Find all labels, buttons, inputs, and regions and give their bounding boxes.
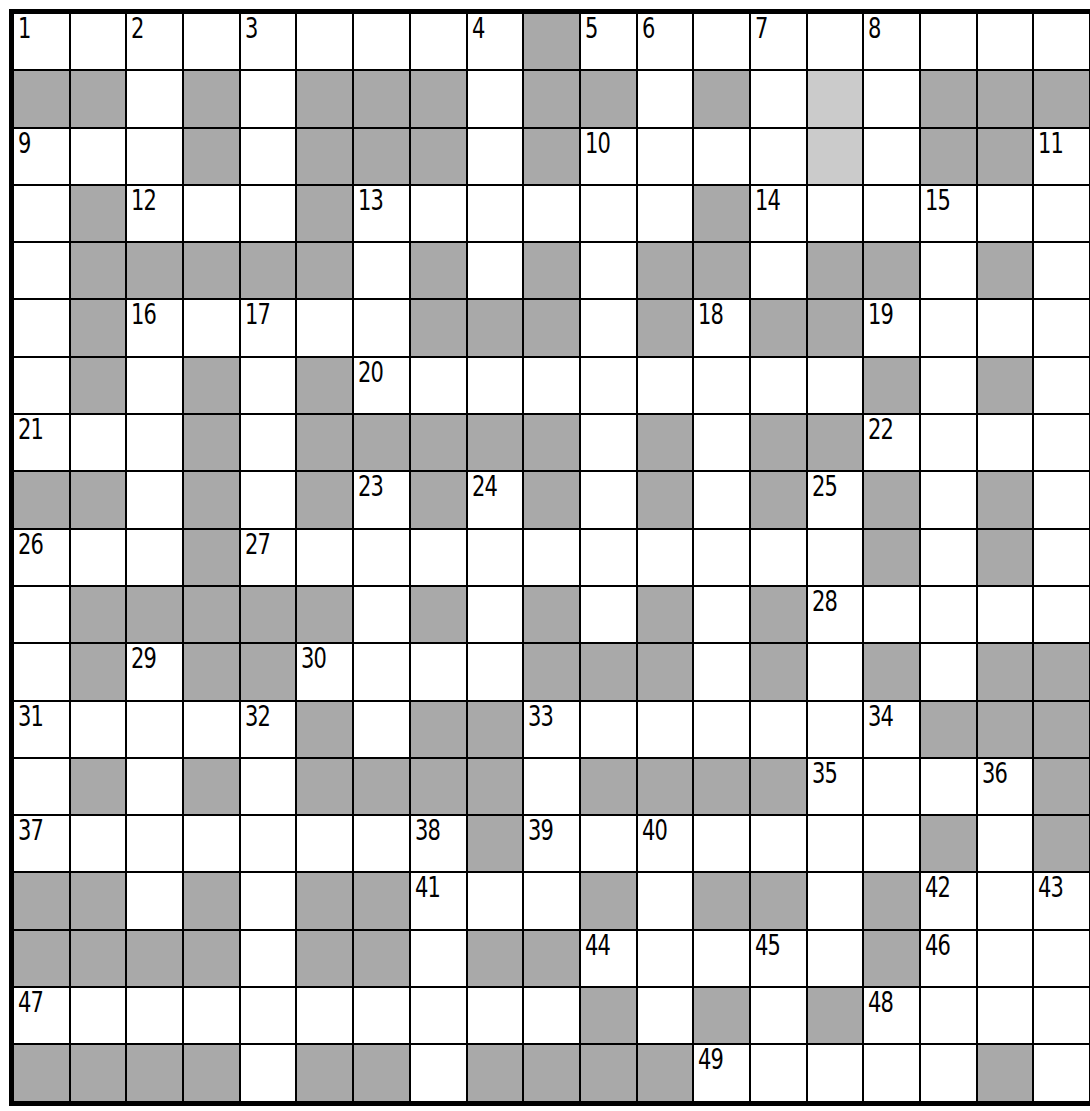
cell-r14c2[interactable] [127, 816, 182, 871]
cell-r2c1[interactable] [71, 129, 126, 184]
cell-r10c18[interactable] [1034, 587, 1089, 642]
cell-r5c0[interactable] [14, 300, 69, 355]
cell-r8c6[interactable]: 23 [354, 472, 409, 527]
cell-r8c12[interactable] [694, 472, 749, 527]
cell-r7c17[interactable] [978, 415, 1033, 470]
cell-r9c7[interactable] [411, 530, 466, 585]
cell-r5c17[interactable] [978, 300, 1033, 355]
block-cell-r4c17 [978, 243, 1033, 298]
block-cell-r3c5 [297, 186, 352, 241]
cell-r10c17[interactable] [978, 587, 1033, 642]
cell-r9c5[interactable] [297, 530, 352, 585]
block-cell-r15c10 [581, 873, 636, 928]
block-cell-r1c0 [14, 71, 69, 126]
cell-r8c10[interactable] [581, 472, 636, 527]
cell-r13c2[interactable] [127, 759, 182, 814]
cell-r17c0[interactable]: 47 [14, 988, 69, 1043]
light-block-cell-r1c14 [808, 71, 863, 126]
cell-r15c7[interactable]: 41 [411, 873, 466, 928]
block-cell-r13c6 [354, 759, 409, 814]
clue-number-30: 30 [301, 645, 326, 673]
cell-r0c7[interactable] [411, 14, 466, 69]
block-cell-r12c17 [978, 702, 1033, 757]
cell-r6c13[interactable] [751, 358, 806, 413]
cell-r3c3[interactable] [184, 186, 239, 241]
cell-r13c4[interactable] [241, 759, 296, 814]
cell-r17c3[interactable] [184, 988, 239, 1043]
cell-r9c6[interactable] [354, 530, 409, 585]
cell-r10c14[interactable]: 28 [808, 587, 863, 642]
cell-r2c10[interactable]: 10 [581, 129, 636, 184]
cell-r18c18[interactable] [1034, 1045, 1089, 1100]
block-cell-r5c7 [411, 300, 466, 355]
cell-r7c15[interactable]: 22 [864, 415, 919, 470]
block-cell-r18c1 [71, 1045, 126, 1100]
cell-r3c2[interactable]: 12 [127, 186, 182, 241]
block-cell-r4c3 [184, 243, 239, 298]
cell-r17c16[interactable] [921, 988, 976, 1043]
cell-r17c13[interactable] [751, 988, 806, 1043]
cell-r16c7[interactable] [411, 931, 466, 986]
clue-number-11: 11 [1038, 130, 1063, 158]
cell-r12c9[interactable]: 33 [524, 702, 579, 757]
cell-r2c0[interactable]: 9 [14, 129, 69, 184]
cell-r18c16[interactable] [921, 1045, 976, 1100]
clue-number-29: 29 [131, 645, 156, 673]
cell-r12c14[interactable] [808, 702, 863, 757]
block-cell-r0c9 [524, 14, 579, 69]
cell-r1c11[interactable] [638, 71, 693, 126]
cell-r10c16[interactable] [921, 587, 976, 642]
cell-r4c13[interactable] [751, 243, 806, 298]
block-cell-r11c4 [241, 644, 296, 699]
cell-r16c12[interactable] [694, 931, 749, 986]
cell-r16c13[interactable]: 45 [751, 931, 806, 986]
cell-r5c16[interactable] [921, 300, 976, 355]
cell-r15c8[interactable] [468, 873, 523, 928]
cell-r5c12[interactable]: 18 [694, 300, 749, 355]
cell-r13c15[interactable] [864, 759, 919, 814]
cell-r14c7[interactable]: 38 [411, 816, 466, 871]
cell-r0c14[interactable] [808, 14, 863, 69]
cell-r17c15[interactable]: 48 [864, 988, 919, 1043]
cell-r2c2[interactable] [127, 129, 182, 184]
cell-r2c13[interactable] [751, 129, 806, 184]
cell-r0c10[interactable]: 5 [581, 14, 636, 69]
cell-r3c0[interactable] [14, 186, 69, 241]
block-cell-r18c11 [638, 1045, 693, 1100]
crossword-board: 1234567891011121314151617181920212223242… [9, 9, 1090, 1106]
block-cell-r10c5 [297, 587, 352, 642]
cell-r7c12[interactable] [694, 415, 749, 470]
cell-r3c13[interactable]: 14 [751, 186, 806, 241]
cell-r5c2[interactable]: 16 [127, 300, 182, 355]
clue-number-20: 20 [358, 359, 383, 387]
cell-r3c14[interactable] [808, 186, 863, 241]
cell-r18c13[interactable] [751, 1045, 806, 1100]
clue-number-44: 44 [585, 932, 610, 960]
cell-r6c11[interactable] [638, 358, 693, 413]
cell-r3c18[interactable] [1034, 186, 1089, 241]
clue-number-42: 42 [925, 874, 950, 902]
cell-r17c6[interactable] [354, 988, 409, 1043]
cell-r12c1[interactable] [71, 702, 126, 757]
cell-r14c10[interactable] [581, 816, 636, 871]
cell-r17c11[interactable] [638, 988, 693, 1043]
cell-r6c18[interactable] [1034, 358, 1089, 413]
cell-r13c14[interactable]: 35 [808, 759, 863, 814]
cell-r16c10[interactable]: 44 [581, 931, 636, 986]
block-cell-r16c15 [864, 931, 919, 986]
cell-r4c0[interactable] [14, 243, 69, 298]
cell-r9c8[interactable] [468, 530, 523, 585]
cell-r7c18[interactable] [1034, 415, 1089, 470]
cell-r9c10[interactable] [581, 530, 636, 585]
block-cell-r15c1 [71, 873, 126, 928]
cell-r7c0[interactable]: 21 [14, 415, 69, 470]
block-cell-r5c8 [468, 300, 523, 355]
cell-r11c14[interactable] [808, 644, 863, 699]
block-cell-r5c9 [524, 300, 579, 355]
cell-r3c4[interactable] [241, 186, 296, 241]
clue-number-27: 27 [245, 531, 270, 559]
cell-r18c15[interactable] [864, 1045, 919, 1100]
cell-r3c10[interactable] [581, 186, 636, 241]
cell-r8c4[interactable] [241, 472, 296, 527]
cell-r18c14[interactable] [808, 1045, 863, 1100]
cell-r14c9[interactable]: 39 [524, 816, 579, 871]
cell-r12c12[interactable] [694, 702, 749, 757]
cell-r18c4[interactable] [241, 1045, 296, 1100]
clue-number-10: 10 [585, 130, 610, 158]
cell-r0c2[interactable]: 2 [127, 14, 182, 69]
cell-r17c1[interactable] [71, 988, 126, 1043]
block-cell-r7c5 [297, 415, 352, 470]
cell-r5c3[interactable] [184, 300, 239, 355]
cell-r3c9[interactable] [524, 186, 579, 241]
cell-r2c15[interactable] [864, 129, 919, 184]
cell-r18c12[interactable]: 49 [694, 1045, 749, 1100]
cell-r15c18[interactable]: 43 [1034, 873, 1089, 928]
cell-r11c16[interactable] [921, 644, 976, 699]
cell-r7c1[interactable] [71, 415, 126, 470]
cell-r15c2[interactable] [127, 873, 182, 928]
cell-r12c3[interactable] [184, 702, 239, 757]
cell-r0c17[interactable] [978, 14, 1033, 69]
cell-r9c18[interactable] [1034, 530, 1089, 585]
cell-r9c11[interactable] [638, 530, 693, 585]
cell-r12c13[interactable] [751, 702, 806, 757]
cell-r15c16[interactable]: 42 [921, 873, 976, 928]
clue-number-38: 38 [415, 817, 440, 845]
block-cell-r15c5 [297, 873, 352, 928]
cell-r5c5[interactable] [297, 300, 352, 355]
cell-r17c4[interactable] [241, 988, 296, 1043]
block-cell-r13c18 [1034, 759, 1089, 814]
cell-r4c8[interactable] [468, 243, 523, 298]
cell-r0c8[interactable]: 4 [468, 14, 523, 69]
cell-r11c8[interactable] [468, 644, 523, 699]
cell-r0c12[interactable] [694, 14, 749, 69]
block-cell-r10c1 [71, 587, 126, 642]
cell-r5c10[interactable] [581, 300, 636, 355]
cell-r8c8[interactable]: 24 [468, 472, 523, 527]
cell-r13c9[interactable] [524, 759, 579, 814]
cell-r11c12[interactable] [694, 644, 749, 699]
cell-r14c6[interactable] [354, 816, 409, 871]
cell-r17c18[interactable] [1034, 988, 1089, 1043]
cell-r17c5[interactable] [297, 988, 352, 1043]
cell-r12c15[interactable]: 34 [864, 702, 919, 757]
cell-r0c4[interactable]: 3 [241, 14, 296, 69]
block-cell-r18c17 [978, 1045, 1033, 1100]
cell-r13c17[interactable]: 36 [978, 759, 1033, 814]
cell-r14c1[interactable] [71, 816, 126, 871]
cell-r3c8[interactable] [468, 186, 523, 241]
clue-number-13: 13 [358, 187, 383, 215]
clue-number-4: 4 [472, 15, 485, 43]
cell-r2c11[interactable] [638, 129, 693, 184]
block-cell-r11c3 [184, 644, 239, 699]
block-cell-r8c17 [978, 472, 1033, 527]
cell-r17c17[interactable] [978, 988, 1033, 1043]
block-cell-r2c3 [184, 129, 239, 184]
cell-r9c2[interactable] [127, 530, 182, 585]
cell-r1c13[interactable] [751, 71, 806, 126]
cell-r4c18[interactable] [1034, 243, 1089, 298]
block-cell-r13c1 [71, 759, 126, 814]
cell-r0c0[interactable]: 1 [14, 14, 69, 69]
cell-r5c6[interactable] [354, 300, 409, 355]
block-cell-r11c18 [1034, 644, 1089, 699]
cell-r14c5[interactable] [297, 816, 352, 871]
cell-r2c12[interactable] [694, 129, 749, 184]
clue-number-8: 8 [868, 15, 881, 43]
cell-r17c7[interactable] [411, 988, 466, 1043]
cell-r3c17[interactable] [978, 186, 1033, 241]
cell-r11c0[interactable] [14, 644, 69, 699]
cell-r3c7[interactable] [411, 186, 466, 241]
clue-number-24: 24 [472, 473, 497, 501]
cell-r14c13[interactable] [751, 816, 806, 871]
cell-r8c14[interactable]: 25 [808, 472, 863, 527]
cell-r0c15[interactable]: 8 [864, 14, 919, 69]
cell-r3c11[interactable] [638, 186, 693, 241]
cell-r0c3[interactable] [184, 14, 239, 69]
cell-r17c8[interactable] [468, 988, 523, 1043]
block-cell-r4c12 [694, 243, 749, 298]
cell-r6c7[interactable] [411, 358, 466, 413]
cell-r16c17[interactable] [978, 931, 1033, 986]
cell-r16c18[interactable] [1034, 931, 1089, 986]
cell-r1c2[interactable] [127, 71, 182, 126]
clue-number-23: 23 [358, 473, 383, 501]
cell-r1c8[interactable] [468, 71, 523, 126]
cell-r4c10[interactable] [581, 243, 636, 298]
clue-number-43: 43 [1038, 874, 1063, 902]
clue-number-31: 31 [18, 703, 43, 731]
block-cell-r6c1 [71, 358, 126, 413]
cell-r6c9[interactable] [524, 358, 579, 413]
cell-r8c16[interactable] [921, 472, 976, 527]
cell-r14c3[interactable] [184, 816, 239, 871]
cell-r10c6[interactable] [354, 587, 409, 642]
cell-r11c2[interactable]: 29 [127, 644, 182, 699]
cell-r7c16[interactable] [921, 415, 976, 470]
block-cell-r15c15 [864, 873, 919, 928]
cell-r9c0[interactable]: 26 [14, 530, 69, 585]
cell-r6c8[interactable] [468, 358, 523, 413]
cell-r6c12[interactable] [694, 358, 749, 413]
cell-r0c11[interactable]: 6 [638, 14, 693, 69]
cell-r8c18[interactable] [1034, 472, 1089, 527]
cell-r11c7[interactable] [411, 644, 466, 699]
cell-r1c15[interactable] [864, 71, 919, 126]
block-cell-r13c8 [468, 759, 523, 814]
cell-r11c6[interactable] [354, 644, 409, 699]
cell-r14c4[interactable] [241, 816, 296, 871]
cell-r9c12[interactable] [694, 530, 749, 585]
cell-r10c12[interactable] [694, 587, 749, 642]
clue-number-21: 21 [18, 416, 43, 444]
cell-r4c6[interactable] [354, 243, 409, 298]
cell-r15c9[interactable] [524, 873, 579, 928]
clue-number-45: 45 [755, 932, 780, 960]
cell-r0c18[interactable] [1034, 14, 1089, 69]
cell-r6c14[interactable] [808, 358, 863, 413]
cell-r16c11[interactable] [638, 931, 693, 986]
clue-number-26: 26 [18, 531, 43, 559]
cell-r12c0[interactable]: 31 [14, 702, 69, 757]
clue-number-3: 3 [245, 15, 258, 43]
cell-r6c6[interactable]: 20 [354, 358, 409, 413]
cell-r6c2[interactable] [127, 358, 182, 413]
clue-number-12: 12 [131, 187, 156, 215]
cell-r9c4[interactable]: 27 [241, 530, 296, 585]
block-cell-r1c18 [1034, 71, 1089, 126]
cell-r2c4[interactable] [241, 129, 296, 184]
clue-number-41: 41 [415, 874, 440, 902]
cell-r9c1[interactable] [71, 530, 126, 585]
block-cell-r16c6 [354, 931, 409, 986]
cell-r5c18[interactable] [1034, 300, 1089, 355]
cell-r16c4[interactable] [241, 931, 296, 986]
cell-r0c6[interactable] [354, 14, 409, 69]
block-cell-r2c7 [411, 129, 466, 184]
cell-r6c16[interactable] [921, 358, 976, 413]
cell-r15c14[interactable] [808, 873, 863, 928]
cell-r7c4[interactable] [241, 415, 296, 470]
block-cell-r15c12 [694, 873, 749, 928]
cell-r14c0[interactable]: 37 [14, 816, 69, 871]
cell-r7c10[interactable] [581, 415, 636, 470]
cell-r4c16[interactable] [921, 243, 976, 298]
block-cell-r13c13 [751, 759, 806, 814]
cell-r17c9[interactable] [524, 988, 579, 1043]
cell-r12c11[interactable] [638, 702, 693, 757]
block-cell-r7c6 [354, 415, 409, 470]
block-cell-r5c1 [71, 300, 126, 355]
cell-r0c16[interactable] [921, 14, 976, 69]
cell-r0c1[interactable] [71, 14, 126, 69]
cell-r10c8[interactable] [468, 587, 523, 642]
block-cell-r14c18 [1034, 816, 1089, 871]
block-cell-r1c5 [297, 71, 352, 126]
cell-r9c9[interactable] [524, 530, 579, 585]
block-cell-r17c14 [808, 988, 863, 1043]
block-cell-r2c17 [978, 129, 1033, 184]
cell-r13c0[interactable] [14, 759, 69, 814]
cell-r10c10[interactable] [581, 587, 636, 642]
cell-r10c0[interactable] [14, 587, 69, 642]
cell-r6c4[interactable] [241, 358, 296, 413]
cell-r12c2[interactable] [127, 702, 182, 757]
block-cell-r16c8 [468, 931, 523, 986]
cell-r9c14[interactable] [808, 530, 863, 585]
cell-r14c17[interactable] [978, 816, 1033, 871]
cell-r12c10[interactable] [581, 702, 636, 757]
cell-r14c12[interactable] [694, 816, 749, 871]
cell-r6c10[interactable] [581, 358, 636, 413]
block-cell-r4c2 [127, 243, 182, 298]
cell-r15c17[interactable] [978, 873, 1033, 928]
block-cell-r1c3 [184, 71, 239, 126]
cell-r5c4[interactable]: 17 [241, 300, 296, 355]
cell-r3c6[interactable]: 13 [354, 186, 409, 241]
block-cell-r4c1 [71, 243, 126, 298]
cell-r2c18[interactable]: 11 [1034, 129, 1089, 184]
block-cell-r8c5 [297, 472, 352, 527]
cell-r12c6[interactable] [354, 702, 409, 757]
cell-r0c13[interactable]: 7 [751, 14, 806, 69]
cell-r9c13[interactable] [751, 530, 806, 585]
cell-r18c7[interactable] [411, 1045, 466, 1100]
cell-r6c0[interactable] [14, 358, 69, 413]
block-cell-r8c3 [184, 472, 239, 527]
cell-r14c14[interactable] [808, 816, 863, 871]
block-cell-r3c1 [71, 186, 126, 241]
block-cell-r3c12 [694, 186, 749, 241]
cell-r11c5[interactable]: 30 [297, 644, 352, 699]
block-cell-r13c5 [297, 759, 352, 814]
cell-r14c11[interactable]: 40 [638, 816, 693, 871]
cell-r5c15[interactable]: 19 [864, 300, 919, 355]
cell-r3c16[interactable]: 15 [921, 186, 976, 241]
cell-r9c16[interactable] [921, 530, 976, 585]
cell-r12c4[interactable]: 32 [241, 702, 296, 757]
cell-r8c2[interactable] [127, 472, 182, 527]
cell-r2c8[interactable] [468, 129, 523, 184]
cell-r15c4[interactable] [241, 873, 296, 928]
cell-r14c15[interactable] [864, 816, 919, 871]
cell-r13c16[interactable] [921, 759, 976, 814]
cell-r1c4[interactable] [241, 71, 296, 126]
block-cell-r16c9 [524, 931, 579, 986]
block-cell-r15c0 [14, 873, 69, 928]
block-cell-r15c6 [354, 873, 409, 928]
cell-r7c2[interactable] [127, 415, 182, 470]
cell-r16c14[interactable] [808, 931, 863, 986]
block-cell-r12c7 [411, 702, 466, 757]
cell-r0c5[interactable] [297, 14, 352, 69]
cell-r16c16[interactable]: 46 [921, 931, 976, 986]
clue-number-35: 35 [812, 760, 837, 788]
cell-r15c11[interactable] [638, 873, 693, 928]
cell-r3c15[interactable] [864, 186, 919, 241]
block-cell-r7c14 [808, 415, 863, 470]
cell-r10c15[interactable] [864, 587, 919, 642]
cell-r17c2[interactable] [127, 988, 182, 1043]
